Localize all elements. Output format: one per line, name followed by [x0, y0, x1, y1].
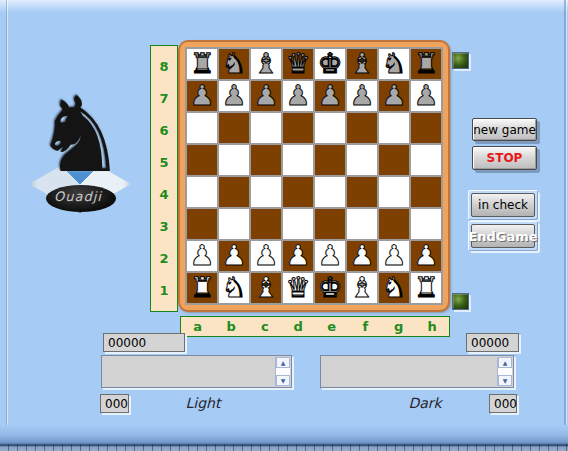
square-f7[interactable]: ♟ [347, 81, 377, 111]
square-c8[interactable]: ♝ [251, 49, 281, 79]
turn-led-bottom [452, 293, 469, 310]
square-b2[interactable]: ♟ [219, 241, 249, 271]
square-b3[interactable] [219, 209, 249, 239]
square-f8[interactable]: ♝ [347, 49, 377, 79]
brand-name: Ouadji [27, 189, 129, 204]
square-g4[interactable] [379, 177, 409, 207]
dark-scrollbar[interactable]: ▲ ▼ [497, 357, 512, 386]
black-knight-piece: ♞ [221, 49, 246, 79]
end-game-panel: EndGame [468, 221, 538, 251]
turn-led-top [452, 52, 469, 69]
square-g3[interactable] [379, 209, 409, 239]
square-h4[interactable] [411, 177, 441, 207]
white-knight-piece: ♞ [381, 273, 406, 303]
white-rook-piece: ♜ [189, 273, 214, 303]
square-f2[interactable]: ♟ [347, 241, 377, 271]
square-h5[interactable] [411, 145, 441, 175]
in-check-button[interactable]: in check [471, 193, 535, 217]
square-d8[interactable]: ♛ [283, 49, 313, 79]
square-h1[interactable]: ♜ [411, 273, 441, 303]
chess-board: ♜♞♝♛♚♝♞♜♟♟♟♟♟♟♟♟♟♟♟♟♟♟♟♟♜♞♝♛♚♝♞♜ [185, 47, 443, 305]
file-label-e: e [315, 317, 349, 336]
square-e5[interactable] [315, 145, 345, 175]
black-pawn-piece: ♟ [221, 81, 246, 111]
white-bishop-piece: ♝ [349, 273, 374, 303]
end-game-button[interactable]: EndGame [471, 224, 535, 248]
black-bishop-piece: ♝ [253, 49, 278, 79]
file-label-h: h [416, 317, 450, 336]
white-pawn-piece: ♟ [413, 241, 438, 271]
square-c7[interactable]: ♟ [251, 81, 281, 111]
white-pawn-piece: ♟ [381, 241, 406, 271]
black-king-piece: ♚ [317, 49, 342, 79]
white-rook-piece: ♜ [413, 273, 438, 303]
square-c4[interactable] [251, 177, 281, 207]
square-a1[interactable]: ♜ [187, 273, 217, 303]
white-knight-piece: ♞ [221, 273, 246, 303]
rank-label-2: 2 [151, 243, 177, 275]
file-label-b: b [215, 317, 249, 336]
rank-label-4: 4 [151, 179, 177, 211]
square-a8[interactable]: ♜ [187, 49, 217, 79]
square-e1[interactable]: ♚ [315, 273, 345, 303]
square-a5[interactable] [187, 145, 217, 175]
rank-labels: 87654321 [150, 45, 178, 312]
square-e3[interactable] [315, 209, 345, 239]
square-d4[interactable] [283, 177, 313, 207]
white-king-piece: ♚ [317, 273, 342, 303]
square-h3[interactable] [411, 209, 441, 239]
file-labels: abcdefgh [180, 316, 450, 337]
black-pawn-piece: ♟ [413, 81, 438, 111]
black-pawn-piece: ♟ [317, 81, 342, 111]
square-g6[interactable] [379, 113, 409, 143]
file-label-f: f [349, 317, 383, 336]
square-d5[interactable] [283, 145, 313, 175]
dark-label: Dark [385, 395, 465, 411]
light-label: Light [158, 395, 248, 411]
square-c2[interactable]: ♟ [251, 241, 281, 271]
file-label-g: g [382, 317, 416, 336]
square-h6[interactable] [411, 113, 441, 143]
square-g1[interactable]: ♞ [379, 273, 409, 303]
white-pawn-piece: ♟ [221, 241, 246, 271]
square-d2[interactable]: ♟ [283, 241, 313, 271]
square-f4[interactable] [347, 177, 377, 207]
dark-time-counter: 00000 [466, 333, 519, 352]
app-logo: ♞ Ouadji [27, 93, 133, 221]
square-a3[interactable] [187, 209, 217, 239]
square-f3[interactable] [347, 209, 377, 239]
square-g5[interactable] [379, 145, 409, 175]
white-pawn-piece: ♟ [349, 241, 374, 271]
file-label-c: c [248, 317, 282, 336]
light-move-list[interactable]: ▲ ▼ [101, 355, 292, 388]
chess-board-frame: ♜♞♝♛♚♝♞♜♟♟♟♟♟♟♟♟♟♟♟♟♟♟♟♟♜♞♝♛♚♝♞♜ [178, 40, 450, 312]
light-move-counter: 000 [100, 394, 129, 413]
square-b5[interactable] [219, 145, 249, 175]
rank-label-1: 1 [151, 275, 177, 307]
square-b7[interactable]: ♟ [219, 81, 249, 111]
square-c1[interactable]: ♝ [251, 273, 281, 303]
square-f5[interactable] [347, 145, 377, 175]
square-d1[interactable]: ♛ [283, 273, 313, 303]
black-queen-piece: ♛ [285, 49, 310, 79]
white-queen-piece: ♛ [285, 273, 310, 303]
square-e2[interactable]: ♟ [315, 241, 345, 271]
square-e8[interactable]: ♚ [315, 49, 345, 79]
square-a6[interactable] [187, 113, 217, 143]
window-top-strip [0, 0, 568, 13]
rank-label-3: 3 [151, 211, 177, 243]
square-h7[interactable]: ♟ [411, 81, 441, 111]
white-pawn-piece: ♟ [253, 241, 278, 271]
square-h2[interactable]: ♟ [411, 241, 441, 271]
rank-label-8: 8 [151, 51, 177, 83]
window-left-edge [7, 0, 8, 427]
window-right-edge [564, 0, 566, 427]
square-f6[interactable] [347, 113, 377, 143]
black-pawn-piece: ♟ [381, 81, 406, 111]
stop-button[interactable]: STOP [472, 146, 537, 170]
rank-label-5: 5 [151, 147, 177, 179]
square-g2[interactable]: ♟ [379, 241, 409, 271]
square-e7[interactable]: ♟ [315, 81, 345, 111]
square-a4[interactable] [187, 177, 217, 207]
square-b8[interactable]: ♞ [219, 49, 249, 79]
square-b6[interactable] [219, 113, 249, 143]
light-scrollbar[interactable]: ▲ ▼ [275, 357, 290, 386]
dark-move-counter: 000 [489, 394, 517, 413]
file-label-d: d [282, 317, 316, 336]
square-c5[interactable] [251, 145, 281, 175]
square-b1[interactable]: ♞ [219, 273, 249, 303]
black-pawn-piece: ♟ [253, 81, 278, 111]
light-time-counter: 00000 [103, 333, 185, 352]
square-c3[interactable] [251, 209, 281, 239]
scroll-down-icon[interactable]: ▼ [498, 375, 512, 386]
square-a7[interactable]: ♟ [187, 81, 217, 111]
square-f1[interactable]: ♝ [347, 273, 377, 303]
black-knight-piece: ♞ [381, 49, 406, 79]
square-a2[interactable]: ♟ [187, 241, 217, 271]
in-check-panel: in check [468, 190, 538, 220]
scroll-up-icon[interactable]: ▲ [498, 357, 512, 368]
black-rook-piece: ♜ [413, 49, 438, 79]
square-g8[interactable]: ♞ [379, 49, 409, 79]
scroll-up-icon[interactable]: ▲ [276, 357, 290, 368]
square-d3[interactable] [283, 209, 313, 239]
dark-move-list[interactable]: ▲ ▼ [320, 355, 514, 388]
square-d6[interactable] [283, 113, 313, 143]
knight-icon: ♞ [27, 79, 133, 191]
rank-label-6: 6 [151, 115, 177, 147]
square-b4[interactable] [219, 177, 249, 207]
square-h8[interactable]: ♜ [411, 49, 441, 79]
new-game-button[interactable]: new game [472, 118, 537, 141]
black-pawn-piece: ♟ [189, 81, 214, 111]
black-rook-piece: ♜ [189, 49, 214, 79]
black-bishop-piece: ♝ [349, 49, 374, 79]
square-c6[interactable] [251, 113, 281, 143]
black-pawn-piece: ♟ [349, 81, 374, 111]
bottom-ticks [0, 444, 568, 451]
white-pawn-piece: ♟ [317, 241, 342, 271]
file-label-a: a [181, 317, 215, 336]
square-d7[interactable]: ♟ [283, 81, 313, 111]
square-e6[interactable] [315, 113, 345, 143]
white-pawn-piece: ♟ [189, 241, 214, 271]
scroll-down-icon[interactable]: ▼ [276, 375, 290, 386]
square-e4[interactable] [315, 177, 345, 207]
square-g7[interactable]: ♟ [379, 81, 409, 111]
black-pawn-piece: ♟ [285, 81, 310, 111]
window-bottom-bar [0, 425, 568, 451]
white-pawn-piece: ♟ [285, 241, 310, 271]
rank-label-7: 7 [151, 83, 177, 115]
white-bishop-piece: ♝ [253, 273, 278, 303]
